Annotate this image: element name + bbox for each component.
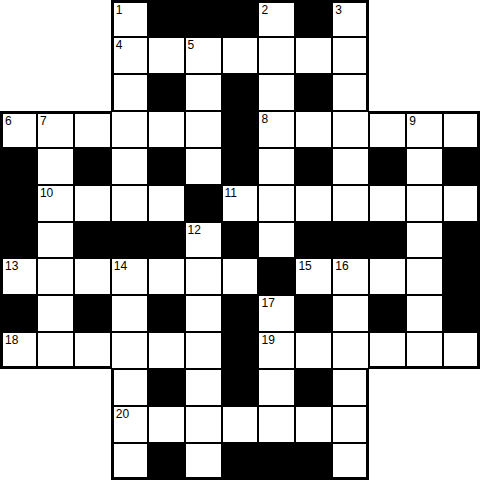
- white-square[interactable]: [406, 148, 443, 185]
- white-square[interactable]: [332, 443, 369, 480]
- outside-area: [406, 37, 443, 74]
- clue-number: 7: [40, 115, 47, 128]
- white-square[interactable]: [406, 332, 443, 369]
- white-square[interactable]: [185, 148, 222, 185]
- white-square[interactable]: 2: [258, 0, 295, 37]
- white-square[interactable]: [258, 185, 295, 222]
- clue-number: 1: [116, 4, 123, 17]
- outside-area: [0, 406, 37, 443]
- white-square[interactable]: [185, 111, 222, 148]
- black-square: [185, 0, 222, 37]
- clue-number: 4: [116, 39, 123, 52]
- white-square[interactable]: [406, 295, 443, 332]
- white-square[interactable]: [148, 185, 185, 222]
- black-square: [222, 74, 259, 111]
- white-square[interactable]: [37, 222, 74, 259]
- white-square[interactable]: [74, 185, 111, 222]
- black-square: [185, 185, 222, 222]
- white-square[interactable]: [37, 148, 74, 185]
- clue-number: 19: [261, 334, 274, 347]
- outside-area: [0, 0, 37, 37]
- clue-number: 20: [116, 408, 129, 421]
- white-square[interactable]: 14: [111, 258, 148, 295]
- white-square[interactable]: [185, 406, 222, 443]
- outside-area: [37, 0, 74, 37]
- black-square: [148, 222, 185, 259]
- clue-number: 2: [261, 4, 268, 17]
- white-square[interactable]: [443, 185, 480, 222]
- outside-area: [0, 37, 37, 74]
- white-square[interactable]: 10: [37, 185, 74, 222]
- white-square[interactable]: [443, 332, 480, 369]
- white-square[interactable]: [185, 258, 222, 295]
- white-square[interactable]: 15: [295, 258, 332, 295]
- white-square[interactable]: [185, 74, 222, 111]
- black-square: [295, 74, 332, 111]
- white-square[interactable]: [295, 185, 332, 222]
- black-square: [222, 111, 259, 148]
- black-square: [258, 258, 295, 295]
- outside-area: [74, 443, 111, 480]
- white-square[interactable]: [185, 443, 222, 480]
- white-square[interactable]: [295, 406, 332, 443]
- outside-area: [74, 37, 111, 74]
- black-square: [295, 295, 332, 332]
- white-square[interactable]: [332, 185, 369, 222]
- white-square[interactable]: [332, 148, 369, 185]
- black-square: [222, 222, 259, 259]
- white-square[interactable]: [406, 222, 443, 259]
- white-square[interactable]: 11: [222, 185, 259, 222]
- black-square: [148, 295, 185, 332]
- outside-area: [369, 0, 406, 37]
- white-square[interactable]: [74, 258, 111, 295]
- white-square[interactable]: [406, 185, 443, 222]
- black-square: [369, 222, 406, 259]
- white-square[interactable]: 12: [185, 222, 222, 259]
- white-square[interactable]: 8: [258, 111, 295, 148]
- outside-area: [406, 74, 443, 111]
- white-square[interactable]: 3: [332, 0, 369, 37]
- white-square[interactable]: [222, 406, 259, 443]
- white-square[interactable]: [37, 258, 74, 295]
- white-square[interactable]: [222, 37, 259, 74]
- white-square[interactable]: [148, 406, 185, 443]
- black-square: [443, 258, 480, 295]
- outside-area: [37, 369, 74, 406]
- outside-area: [37, 443, 74, 480]
- white-square[interactable]: [185, 295, 222, 332]
- black-square: [295, 369, 332, 406]
- black-square: [148, 74, 185, 111]
- outside-area: [443, 37, 480, 74]
- black-square: [369, 148, 406, 185]
- clue-number: 12: [188, 224, 201, 237]
- white-square[interactable]: [111, 332, 148, 369]
- outside-area: [369, 37, 406, 74]
- black-square: [222, 0, 259, 37]
- white-square[interactable]: 7: [37, 111, 74, 148]
- clue-number: 14: [114, 260, 127, 273]
- white-square[interactable]: [258, 148, 295, 185]
- outside-area: [37, 37, 74, 74]
- clue-number: 13: [5, 260, 18, 273]
- outside-area: [369, 369, 406, 406]
- white-square[interactable]: [332, 37, 369, 74]
- clue-number: 5: [188, 39, 195, 52]
- black-square: [0, 185, 37, 222]
- white-square[interactable]: 1: [111, 0, 148, 37]
- white-square[interactable]: [74, 332, 111, 369]
- white-square[interactable]: [369, 185, 406, 222]
- white-square[interactable]: [369, 111, 406, 148]
- white-square[interactable]: [258, 406, 295, 443]
- white-square[interactable]: [185, 332, 222, 369]
- white-square[interactable]: [369, 258, 406, 295]
- white-square[interactable]: 4: [111, 37, 148, 74]
- white-square[interactable]: 5: [185, 37, 222, 74]
- black-square: [148, 443, 185, 480]
- black-square: [258, 443, 295, 480]
- white-square[interactable]: [369, 332, 406, 369]
- black-square: [0, 148, 37, 185]
- black-square: [295, 0, 332, 37]
- black-square: [295, 148, 332, 185]
- black-square: [443, 148, 480, 185]
- outside-area: [406, 0, 443, 37]
- outside-area: [74, 74, 111, 111]
- white-square[interactable]: [148, 37, 185, 74]
- black-square: [148, 0, 185, 37]
- white-square[interactable]: 16: [332, 258, 369, 295]
- white-square[interactable]: [295, 111, 332, 148]
- black-square: [369, 295, 406, 332]
- white-square[interactable]: 18: [0, 332, 37, 369]
- black-square: [148, 148, 185, 185]
- clue-number: 10: [40, 187, 53, 200]
- outside-area: [37, 406, 74, 443]
- white-square[interactable]: [111, 185, 148, 222]
- white-square[interactable]: [258, 369, 295, 406]
- clue-number: 3: [335, 4, 342, 17]
- white-square[interactable]: [295, 37, 332, 74]
- clue-number: 9: [409, 115, 416, 128]
- outside-area: [369, 406, 406, 443]
- outside-area: [0, 369, 37, 406]
- white-square[interactable]: [74, 111, 111, 148]
- clue-number: 8: [261, 113, 268, 126]
- clue-number: 6: [5, 115, 12, 128]
- white-square[interactable]: [332, 74, 369, 111]
- black-square: [295, 443, 332, 480]
- outside-area: [443, 406, 480, 443]
- white-square[interactable]: [295, 332, 332, 369]
- black-square: [222, 295, 259, 332]
- white-square[interactable]: [332, 369, 369, 406]
- white-square[interactable]: [111, 295, 148, 332]
- outside-area: [74, 369, 111, 406]
- outside-area: [74, 406, 111, 443]
- black-square: [74, 295, 111, 332]
- white-square[interactable]: [332, 295, 369, 332]
- black-square: [0, 295, 37, 332]
- white-square[interactable]: [111, 148, 148, 185]
- black-square: [222, 332, 259, 369]
- black-square: [0, 222, 37, 259]
- white-square[interactable]: [111, 111, 148, 148]
- black-square: [74, 222, 111, 259]
- white-square[interactable]: [111, 369, 148, 406]
- clue-number: 15: [298, 260, 311, 273]
- white-square[interactable]: [443, 111, 480, 148]
- outside-area: [443, 74, 480, 111]
- white-square[interactable]: [37, 332, 74, 369]
- white-square[interactable]: 17: [258, 295, 295, 332]
- black-square: [443, 222, 480, 259]
- white-square[interactable]: 20: [111, 406, 148, 443]
- outside-area: [443, 443, 480, 480]
- clue-number: 17: [261, 297, 274, 310]
- white-square[interactable]: [111, 74, 148, 111]
- white-square[interactable]: [258, 74, 295, 111]
- black-square: [443, 295, 480, 332]
- outside-area: [406, 443, 443, 480]
- black-square: [74, 148, 111, 185]
- black-square: [295, 222, 332, 259]
- white-square[interactable]: [332, 406, 369, 443]
- black-square: [222, 443, 259, 480]
- outside-area: [443, 0, 480, 37]
- outside-area: [369, 443, 406, 480]
- black-square: [148, 369, 185, 406]
- clue-number: 18: [5, 334, 18, 347]
- black-square: [332, 222, 369, 259]
- white-square[interactable]: [406, 258, 443, 295]
- white-square[interactable]: [148, 332, 185, 369]
- outside-area: [406, 406, 443, 443]
- white-square[interactable]: 6: [0, 111, 37, 148]
- white-square[interactable]: [258, 37, 295, 74]
- crossword-board: 1234567891011121314151617181920: [0, 0, 480, 480]
- white-square[interactable]: [185, 369, 222, 406]
- outside-area: [406, 369, 443, 406]
- outside-area: [74, 0, 111, 37]
- outside-area: [443, 369, 480, 406]
- black-square: [222, 148, 259, 185]
- clue-number: 16: [335, 260, 348, 273]
- white-square[interactable]: [37, 295, 74, 332]
- white-square[interactable]: 19: [258, 332, 295, 369]
- clue-number: 11: [225, 187, 237, 200]
- white-square[interactable]: [111, 443, 148, 480]
- outside-area: [0, 443, 37, 480]
- white-square[interactable]: [148, 111, 185, 148]
- outside-area: [0, 74, 37, 111]
- black-square: [222, 369, 259, 406]
- white-square[interactable]: 13: [0, 258, 37, 295]
- black-square: [111, 222, 148, 259]
- white-square[interactable]: [332, 111, 369, 148]
- white-square[interactable]: 9: [406, 111, 443, 148]
- white-square[interactable]: [258, 222, 295, 259]
- white-square[interactable]: [332, 332, 369, 369]
- white-square[interactable]: [222, 258, 259, 295]
- outside-area: [37, 74, 74, 111]
- white-square[interactable]: [148, 258, 185, 295]
- outside-area: [369, 74, 406, 111]
